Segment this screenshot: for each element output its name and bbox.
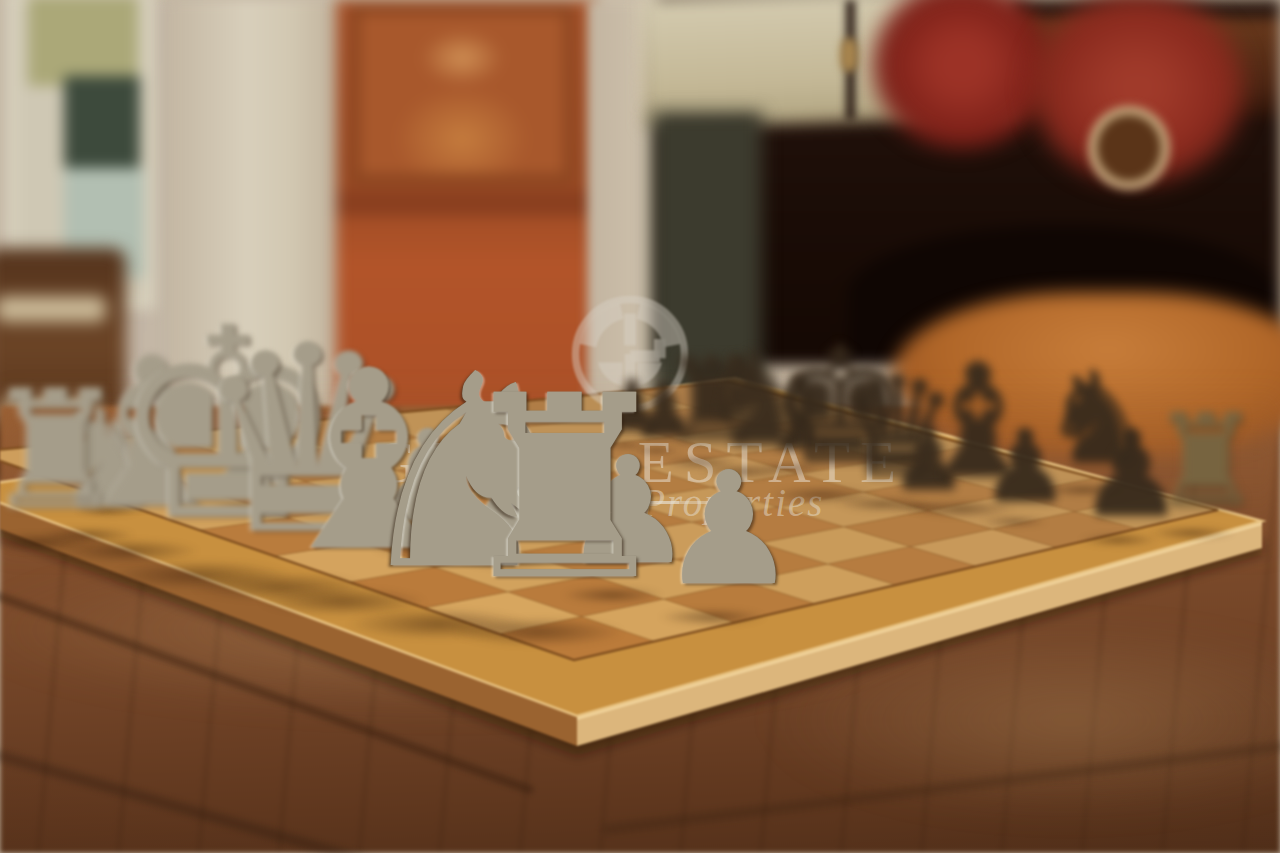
piece-black-pawn-b7: ♟ xyxy=(1078,414,1184,532)
piece-white-rook-a1: ♜ xyxy=(452,362,679,615)
chess-pieces-layer: ♟♟♜♝♞♞♚♛♟♟♝♟♟♜♞♟♜♟♝♟♚♛♟♝♟♞♜ xyxy=(0,0,1280,853)
piece-black-pawn-c7: ♟ xyxy=(981,416,1070,515)
piece-white-pawn-a2: ♟ xyxy=(659,451,799,607)
photo-scene: ♟♟♜♝♞♞♚♛♟♟♝♟♟♜♞♟♜♟♝♟♚♛♟♝♟♞♜ GREAT ESTATE… xyxy=(0,0,1280,853)
